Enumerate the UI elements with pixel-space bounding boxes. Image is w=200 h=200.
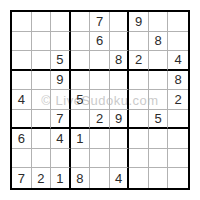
cell-r6c3[interactable]: 7 (51, 110, 71, 130)
cell-r4c8[interactable] (149, 71, 169, 91)
cell-r5c3[interactable] (51, 90, 71, 110)
cell-r4c9[interactable]: 8 (168, 71, 188, 91)
cell-r3c2[interactable] (32, 51, 52, 71)
cell-r3c7[interactable]: 2 (129, 51, 149, 71)
cell-r7c1[interactable]: 6 (12, 129, 32, 149)
cell-r3c6[interactable]: 8 (110, 51, 130, 71)
cell-r9c5[interactable] (90, 168, 110, 188)
cell-r6c4[interactable] (71, 110, 91, 130)
cell-r7c4[interactable]: 1 (71, 129, 91, 149)
cell-r5c2[interactable] (32, 90, 52, 110)
cell-r2c2[interactable] (32, 32, 52, 52)
sudoku-board: © LiveSudoku.com 79685824984527295641721… (10, 10, 190, 190)
cell-r4c3[interactable]: 9 (51, 71, 71, 91)
cell-r8c6[interactable] (110, 149, 130, 169)
cell-r5c5[interactable] (90, 90, 110, 110)
cell-r8c3[interactable] (51, 149, 71, 169)
cell-r1c6[interactable] (110, 12, 130, 32)
cell-r9c9[interactable] (168, 168, 188, 188)
cell-r5c9[interactable]: 2 (168, 90, 188, 110)
cell-r6c5[interactable]: 2 (90, 110, 110, 130)
cell-r6c7[interactable] (129, 110, 149, 130)
cell-r8c8[interactable] (149, 149, 169, 169)
cell-r8c1[interactable] (12, 149, 32, 169)
cell-r6c9[interactable] (168, 110, 188, 130)
cell-r2c6[interactable] (110, 32, 130, 52)
cell-r5c8[interactable] (149, 90, 169, 110)
cell-r6c8[interactable]: 5 (149, 110, 169, 130)
cell-r4c1[interactable] (12, 71, 32, 91)
cell-r8c5[interactable] (90, 149, 110, 169)
cell-r7c3[interactable]: 4 (51, 129, 71, 149)
cell-r9c3[interactable]: 1 (51, 168, 71, 188)
cell-r9c8[interactable] (149, 168, 169, 188)
cell-r1c9[interactable] (168, 12, 188, 32)
cell-r2c4[interactable] (71, 32, 91, 52)
cell-r8c7[interactable] (129, 149, 149, 169)
cell-r3c4[interactable] (71, 51, 91, 71)
cell-r2c3[interactable] (51, 32, 71, 52)
cell-r6c2[interactable] (32, 110, 52, 130)
cell-r3c3[interactable]: 5 (51, 51, 71, 71)
cell-r2c5[interactable]: 6 (90, 32, 110, 52)
cell-r1c5[interactable]: 7 (90, 12, 110, 32)
cell-r3c1[interactable] (12, 51, 32, 71)
cell-r7c8[interactable] (149, 129, 169, 149)
cell-r2c9[interactable] (168, 32, 188, 52)
cell-r4c2[interactable] (32, 71, 52, 91)
cell-r8c4[interactable] (71, 149, 91, 169)
cell-r1c1[interactable] (12, 12, 32, 32)
cell-r6c6[interactable]: 9 (110, 110, 130, 130)
cell-r4c4[interactable] (71, 71, 91, 91)
cell-r8c2[interactable] (32, 149, 52, 169)
cell-r7c7[interactable] (129, 129, 149, 149)
cell-r5c1[interactable]: 4 (12, 90, 32, 110)
cell-r9c6[interactable]: 4 (110, 168, 130, 188)
cell-r9c4[interactable]: 8 (71, 168, 91, 188)
cell-r1c8[interactable] (149, 12, 169, 32)
cell-r8c9[interactable] (168, 149, 188, 169)
cell-r7c5[interactable] (90, 129, 110, 149)
cell-r2c7[interactable] (129, 32, 149, 52)
sudoku-page: © LiveSudoku.com 79685824984527295641721… (0, 0, 200, 200)
cell-r5c4[interactable]: 5 (71, 90, 91, 110)
cell-r7c6[interactable] (110, 129, 130, 149)
cell-r7c9[interactable] (168, 129, 188, 149)
cell-r5c7[interactable] (129, 90, 149, 110)
cell-r2c1[interactable] (12, 32, 32, 52)
cell-r9c7[interactable] (129, 168, 149, 188)
cell-r2c8[interactable]: 8 (149, 32, 169, 52)
cell-r9c1[interactable]: 7 (12, 168, 32, 188)
cell-r1c3[interactable] (51, 12, 71, 32)
cell-r7c2[interactable] (32, 129, 52, 149)
cell-r1c2[interactable] (32, 12, 52, 32)
cell-r3c9[interactable]: 4 (168, 51, 188, 71)
cell-r4c5[interactable] (90, 71, 110, 91)
cell-r9c2[interactable]: 2 (32, 168, 52, 188)
cell-r6c1[interactable] (12, 110, 32, 130)
cell-r5c6[interactable] (110, 90, 130, 110)
cell-r3c8[interactable] (149, 51, 169, 71)
cell-r4c7[interactable] (129, 71, 149, 91)
cell-r3c5[interactable] (90, 51, 110, 71)
cell-r4c6[interactable] (110, 71, 130, 91)
cell-r1c4[interactable] (71, 12, 91, 32)
cell-r1c7[interactable]: 9 (129, 12, 149, 32)
